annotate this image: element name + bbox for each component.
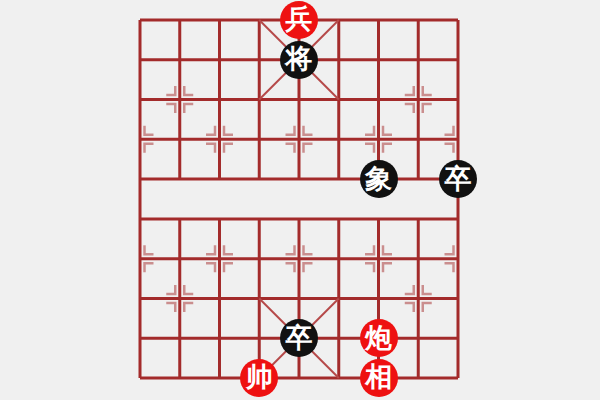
black-soldier[interactable]: 卒 — [280, 319, 318, 357]
black-general[interactable]: 将 — [280, 41, 318, 79]
red-soldier[interactable]: 兵 — [280, 1, 318, 39]
xiangqi-board-screen: 兵将象卒卒炮帅相 — [0, 0, 600, 400]
black-elephant[interactable]: 象 — [360, 160, 398, 198]
red-elephant[interactable]: 相 — [360, 359, 398, 397]
red-general[interactable]: 帅 — [240, 359, 278, 397]
red-cannon[interactable]: 炮 — [360, 319, 398, 357]
black-soldier[interactable]: 卒 — [439, 160, 477, 198]
pieces-layer: 兵将象卒卒炮帅相 — [120, 0, 478, 398]
